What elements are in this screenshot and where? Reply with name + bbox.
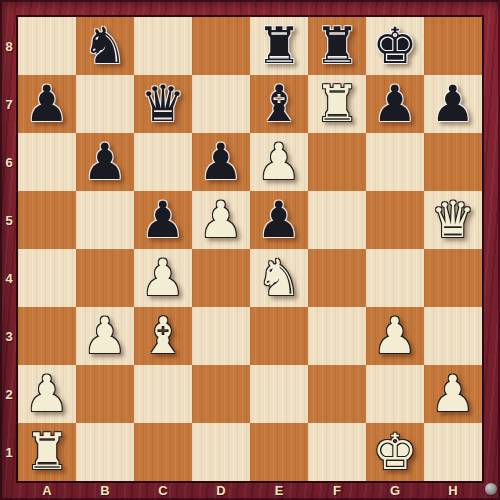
black-pawn-h7: ♟ [431,75,476,133]
square-b5[interactable] [76,191,134,249]
square-a2[interactable]: ♟ [18,365,76,423]
square-c1[interactable] [134,423,192,481]
square-d5[interactable]: ♟ [192,191,250,249]
square-g5[interactable] [366,191,424,249]
square-h2[interactable]: ♟ [424,365,482,423]
square-f6[interactable] [308,133,366,191]
rank-label-3: 3 [0,307,18,365]
white-queen-h5: ♛ [431,191,476,249]
white-knight-e4: ♞ [257,249,302,307]
rank-labels: 87654321 [0,17,18,481]
square-h8[interactable] [424,17,482,75]
square-a6[interactable] [18,133,76,191]
square-c5[interactable]: ♟ [134,191,192,249]
square-e7[interactable]: ♝ [250,75,308,133]
white-pawn-d5: ♟ [199,191,244,249]
square-e6[interactable]: ♟ [250,133,308,191]
square-h4[interactable] [424,249,482,307]
square-b3[interactable]: ♟ [76,307,134,365]
square-e2[interactable] [250,365,308,423]
square-f7[interactable]: ♜ [308,75,366,133]
file-label-d: D [192,481,250,500]
square-g1[interactable]: ♚ [366,423,424,481]
square-e3[interactable] [250,307,308,365]
square-a1[interactable]: ♜ [18,423,76,481]
square-c2[interactable] [134,365,192,423]
white-pawn-e6: ♟ [257,133,302,191]
rank-label-8: 8 [0,17,18,75]
square-f5[interactable] [308,191,366,249]
square-d7[interactable] [192,75,250,133]
white-pawn-c4: ♟ [141,249,186,307]
white-pawn-b3: ♟ [83,307,128,365]
square-f8[interactable]: ♜ [308,17,366,75]
square-g8[interactable]: ♚ [366,17,424,75]
white-rook-f7: ♜ [315,75,360,133]
square-a7[interactable]: ♟ [18,75,76,133]
square-h7[interactable]: ♟ [424,75,482,133]
square-a8[interactable] [18,17,76,75]
square-a5[interactable] [18,191,76,249]
square-h5[interactable]: ♛ [424,191,482,249]
black-pawn-g7: ♟ [373,75,418,133]
black-rook-f8: ♜ [315,17,360,75]
rank-label-2: 2 [0,365,18,423]
square-f3[interactable] [308,307,366,365]
square-e1[interactable] [250,423,308,481]
square-g6[interactable] [366,133,424,191]
file-label-b: B [76,481,134,500]
file-label-e: E [250,481,308,500]
square-g4[interactable] [366,249,424,307]
black-pawn-d6: ♟ [199,133,244,191]
square-b2[interactable] [76,365,134,423]
square-c3[interactable]: ♝ [134,307,192,365]
square-c8[interactable] [134,17,192,75]
square-c7[interactable]: ♛ [134,75,192,133]
file-label-f: F [308,481,366,500]
square-f1[interactable] [308,423,366,481]
square-b7[interactable] [76,75,134,133]
white-bishop-c3: ♝ [141,307,186,365]
rank-label-5: 5 [0,191,18,249]
square-g3[interactable]: ♟ [366,307,424,365]
file-label-g: G [366,481,424,500]
square-b1[interactable] [76,423,134,481]
square-d1[interactable] [192,423,250,481]
square-c4[interactable]: ♟ [134,249,192,307]
square-b8[interactable]: ♞ [76,17,134,75]
square-b6[interactable]: ♟ [76,133,134,191]
rank-label-7: 7 [0,75,18,133]
square-d3[interactable] [192,307,250,365]
square-c6[interactable] [134,133,192,191]
square-d8[interactable] [192,17,250,75]
square-e5[interactable]: ♟ [250,191,308,249]
square-f2[interactable] [308,365,366,423]
white-rook-a1: ♜ [25,423,70,481]
white-pawn-a2: ♟ [25,365,70,423]
square-d4[interactable] [192,249,250,307]
file-label-h: H [424,481,482,500]
chess-diagram: ♞♜♜♚♟♛♝♜♟♟♟♟♟♟♟♟♛♟♞♟♝♟♟♟♜♚ 87654321 ABCD… [0,0,500,500]
square-d6[interactable]: ♟ [192,133,250,191]
white-pawn-g3: ♟ [373,307,418,365]
file-labels: ABCDEFGH [18,481,482,500]
square-b4[interactable] [76,249,134,307]
file-label-a: A [18,481,76,500]
black-knight-b8: ♞ [83,17,128,75]
chess-board: ♞♜♜♚♟♛♝♜♟♟♟♟♟♟♟♟♛♟♞♟♝♟♟♟♜♚ [18,17,482,481]
rank-label-6: 6 [0,133,18,191]
sphere-ornament-icon [485,483,497,495]
black-pawn-e5: ♟ [257,191,302,249]
square-h1[interactable] [424,423,482,481]
white-pawn-h2: ♟ [431,365,476,423]
square-h6[interactable] [424,133,482,191]
square-f4[interactable] [308,249,366,307]
square-d2[interactable] [192,365,250,423]
white-king-g1: ♚ [373,423,418,481]
rank-label-1: 1 [0,423,18,481]
black-queen-c7: ♛ [141,75,186,133]
square-g7[interactable]: ♟ [366,75,424,133]
black-rook-e8: ♜ [257,17,302,75]
square-g2[interactable] [366,365,424,423]
black-pawn-a7: ♟ [25,75,70,133]
square-a3[interactable] [18,307,76,365]
square-e4[interactable]: ♞ [250,249,308,307]
square-a4[interactable] [18,249,76,307]
file-label-c: C [134,481,192,500]
black-bishop-e7: ♝ [257,75,302,133]
square-e8[interactable]: ♜ [250,17,308,75]
square-h3[interactable] [424,307,482,365]
black-pawn-c5: ♟ [141,191,186,249]
rank-label-4: 4 [0,249,18,307]
black-king-g8: ♚ [373,17,418,75]
black-pawn-b6: ♟ [83,133,128,191]
